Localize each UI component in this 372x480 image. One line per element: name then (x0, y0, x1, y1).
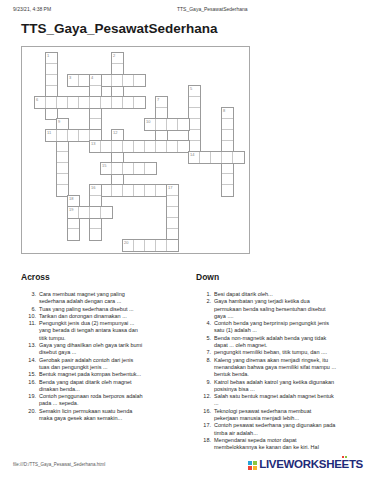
clue-text: Bentuk magnet pada kompas berbentuk... (39, 371, 143, 378)
clue-number: 8. (196, 357, 211, 379)
grid-cell[interactable] (68, 207, 79, 218)
grid-cell[interactable] (68, 218, 79, 229)
crossword-board: 1234567891011121314151617181920 (21, 46, 250, 254)
grid-cell[interactable] (156, 141, 167, 152)
grid-cell[interactable] (178, 119, 189, 130)
grid-cell[interactable] (90, 141, 101, 152)
clue-text: Mengendarai sepeda motor dapat membelokk… (214, 437, 336, 452)
grid-cell[interactable] (167, 207, 178, 218)
clue-number: 12. (196, 393, 211, 408)
clue-text: Contoh benda yang berprinsip pengungkit … (214, 320, 336, 335)
clue-text: pengungkit memiliki beban, titik tumpu, … (214, 349, 336, 356)
footer-file-url: file:///D:/TTS_Gaya_Pesawat_Sederhana.ht… (13, 462, 105, 467)
clue-number: 10. (21, 313, 36, 320)
liveworksheets-grid-icon (248, 461, 257, 470)
grid-cell[interactable] (90, 207, 101, 218)
clue-item: 16.Benda yang dapat ditarik oleh magnet … (21, 379, 191, 394)
clue-item: 20.Semakin licin permukaan suatu benda m… (21, 408, 191, 423)
clue-text: Teknologi pesawat sederhana membuat peke… (214, 408, 336, 423)
grid-cell[interactable] (222, 119, 233, 130)
grid-cell[interactable] (57, 163, 68, 174)
word-1-down (45, 52, 58, 120)
grid-cell[interactable] (167, 218, 178, 229)
grid-cell[interactable] (68, 97, 79, 108)
grid-cell[interactable] (145, 141, 156, 152)
clue-item: 6.Tuas yang paling sederhana disebut ... (21, 306, 191, 313)
grid-cell[interactable] (134, 75, 145, 86)
clue-text: Tarikan dan dorongan dinamakan ... (39, 313, 143, 320)
grid-cell[interactable] (57, 97, 68, 108)
grid-cell[interactable] (167, 240, 178, 251)
grid-cell[interactable] (134, 141, 145, 152)
clue-number: 9. (196, 379, 211, 394)
clue-text: Semakin licin permukaan suatu benda maka… (39, 408, 143, 423)
grid-cell[interactable] (123, 185, 134, 196)
clue-item: 5.Benda non-magnetik adalah benda yang t… (196, 335, 366, 350)
clue-number: 2. (196, 298, 211, 320)
clue-text: Contoh pesawat sederhana yang digunakan … (214, 422, 336, 437)
grid-cell[interactable] (123, 240, 134, 251)
clue-number: 11. (21, 320, 36, 342)
grid-cell[interactable] (156, 119, 167, 130)
print-doc-name: TTS_Gaya_PesawatSederhana (177, 6, 248, 12)
clue-number: 13. (21, 342, 36, 357)
clue-item: 13.Gaya yang dihasilkan oleh gaya tarik … (21, 342, 191, 357)
grid-cell[interactable] (211, 152, 222, 163)
grid-cell[interactable] (90, 97, 101, 108)
clue-text: Salah satu bentuk magnet adalah magnet b… (214, 393, 336, 408)
grid-cell[interactable] (68, 130, 79, 141)
grid-cell[interactable] (167, 185, 178, 196)
grid-cell[interactable] (112, 97, 123, 108)
grid-cell[interactable] (123, 141, 134, 152)
clue-number: 16. (21, 379, 36, 394)
grid-cell[interactable] (123, 75, 134, 86)
grid-cell[interactable] (200, 152, 211, 163)
grid-cell[interactable] (46, 97, 57, 108)
word-13-across (89, 140, 190, 153)
clue-number: 3. (21, 291, 36, 306)
grid-cell[interactable] (101, 75, 112, 86)
grid-cell[interactable] (189, 97, 200, 108)
grid-cell[interactable] (90, 218, 101, 229)
clue-number: 7. (196, 349, 211, 356)
grid-cell[interactable] (101, 163, 112, 174)
logo-icon-square (253, 466, 257, 470)
clue-item: 10.Tarikan dan dorongan dinamakan ... (21, 313, 191, 320)
grid-cell[interactable] (189, 108, 200, 119)
grid-cell[interactable] (123, 97, 134, 108)
word-3-across (67, 74, 146, 87)
clue-number: 20. (21, 408, 36, 423)
grid-cell[interactable] (145, 163, 156, 174)
grid-cell[interactable] (222, 163, 233, 174)
grid-cell[interactable] (112, 75, 123, 86)
grid-cell[interactable] (90, 185, 101, 196)
grid-cell[interactable] (57, 174, 68, 185)
liveworksheets-logo[interactable]: LIVEWORKSHEETS (248, 458, 363, 470)
grid-cell[interactable] (112, 141, 123, 152)
word-14-across (188, 151, 245, 164)
clue-text: Gerobak pasir adalah contoh dari jenis t… (39, 357, 143, 372)
grid-cell[interactable] (167, 196, 178, 207)
grid-cell[interactable] (101, 185, 112, 196)
clue-text: Gaya hambatan yang terjadi ketika dua pe… (214, 298, 336, 320)
down-clue-list: 1.Besi dapat ditarik oleh...2.Gaya hamba… (196, 291, 366, 452)
grid-cell[interactable] (222, 130, 233, 141)
clue-text: Pengungkit jenis dua (2) mempunyai ... y… (39, 320, 143, 342)
grid-cell[interactable] (145, 185, 156, 196)
clue-number: 1. (196, 291, 211, 298)
clue-number: 15. (21, 371, 36, 378)
word-15-across (100, 162, 157, 175)
clue-text: Benda non-magnetik adalah benda yang tid… (214, 335, 336, 350)
clue-item: 14.Gerobak pasir adalah contoh dari jeni… (21, 357, 191, 372)
clue-text: Cara membuat magnet yang paling sederhan… (39, 291, 143, 306)
grid-cell[interactable] (46, 130, 57, 141)
grid-cell[interactable] (222, 174, 233, 185)
grid-cell[interactable] (189, 119, 200, 130)
word-10-across (144, 118, 190, 131)
grid-cell[interactable] (46, 53, 57, 64)
print-timestamp: 9/23/21, 4:38 PM (13, 6, 51, 12)
clue-item: 1.Besi dapat ditarik oleh... (196, 291, 366, 298)
grid-cell[interactable] (222, 108, 233, 119)
clue-item: 4.Contoh benda yang berprinsip pengungki… (196, 320, 366, 335)
grid-cell[interactable] (101, 207, 112, 218)
grid-cell[interactable] (156, 97, 167, 108)
grid-cell[interactable] (233, 152, 244, 163)
word-20-across (122, 239, 179, 252)
grid-cell[interactable] (145, 240, 156, 251)
grid-cell[interactable] (79, 207, 90, 218)
grid-cell[interactable] (68, 229, 79, 240)
clue-number: 6. (21, 306, 36, 313)
clue-item: 12.Salah satu bentuk magnet adalah magne… (196, 393, 366, 408)
clue-number: 16. (196, 408, 211, 423)
clue-item: 15.Bentuk magnet pada kompas berbentuk..… (21, 371, 191, 378)
across-heading: Across (21, 272, 191, 282)
grid-cell[interactable] (79, 97, 90, 108)
clue-text: Gaya yang dihasilkan oleh gaya tarik bum… (39, 342, 143, 357)
grid-cell[interactable] (112, 53, 123, 64)
clue-number: 5. (196, 335, 211, 350)
grid-cell[interactable] (90, 108, 101, 119)
word-12-down (111, 129, 124, 186)
grid-cell[interactable] (156, 240, 167, 251)
word-6-across (34, 96, 146, 109)
grid-cell[interactable] (101, 97, 112, 108)
logo-icon-square (248, 466, 252, 470)
liveworksheets-logo-text: LIVEWORKSHEETS (259, 458, 363, 470)
clue-item: 8.Kaleng yang diremas akan menjadi rings… (196, 357, 366, 379)
clue-text: Katrol bebas adalah katrol yang ketika d… (214, 379, 336, 394)
grid-cell[interactable] (134, 163, 145, 174)
grid-cell[interactable] (222, 152, 233, 163)
grid-cell[interactable] (167, 141, 178, 152)
grid-cell[interactable] (189, 130, 200, 141)
clue-item: 11.Pengungkit jenis dua (2) mempunyai ..… (21, 320, 191, 342)
grid-cell[interactable] (112, 185, 123, 196)
grid-cell[interactable] (222, 185, 233, 196)
clue-item: 9.Katrol bebas adalah katrol yang ketika… (196, 379, 366, 394)
page-title: TTS_Gaya_PesawatSederhana (21, 21, 218, 36)
grid-cell[interactable] (134, 240, 145, 251)
word-19-across (67, 206, 113, 219)
logo-icon-square (253, 461, 257, 465)
grid-cell[interactable] (189, 86, 200, 97)
clue-item: 19.Contoh penggunaan roda berporos adala… (21, 393, 191, 408)
clue-text: Tuas yang paling sederhana disebut ... (39, 306, 143, 313)
grid-cell[interactable] (57, 130, 68, 141)
grid-cell[interactable] (90, 75, 101, 86)
grid-cell[interactable] (57, 152, 68, 163)
clue-text: Contoh penggunaan roda berporos adalah p… (39, 393, 143, 408)
down-heading: Down (196, 272, 366, 282)
grid-cell[interactable] (57, 141, 68, 152)
logo-icon-square (248, 461, 252, 465)
clue-item: 7.pengungkit memiliki beban, titik tumpu… (196, 349, 366, 356)
clue-number: 17. (196, 422, 211, 437)
clue-number: 19. (21, 393, 36, 408)
grid-cell[interactable] (134, 185, 145, 196)
clue-number: 4. (196, 320, 211, 335)
clue-item: 16.Teknologi pesawat sederhana membuat p… (196, 408, 366, 423)
clue-item: 18.Mengendarai sepeda motor dapat membel… (196, 437, 366, 452)
grid-cell[interactable] (35, 97, 46, 108)
clue-item: 17.Contoh pesawat sederhana yang digunak… (196, 422, 366, 437)
down-clues-section: Down 1.Besi dapat ditarik oleh...2.Gaya … (196, 272, 366, 452)
across-clue-list: 3.Cara membuat magnet yang paling sederh… (21, 291, 191, 422)
grid-cell[interactable] (167, 119, 178, 130)
clue-text: Kaleng yang diremas akan menjadi ringsek… (214, 357, 336, 379)
clue-text: Besi dapat ditarik oleh... (214, 291, 336, 298)
clue-text: Benda yang dapat ditarik oleh magnet din… (39, 379, 143, 394)
grid-cell[interactable] (46, 75, 57, 86)
grid-cell[interactable] (123, 163, 134, 174)
clue-number: 14. (21, 357, 36, 372)
grid-cell[interactable] (68, 75, 79, 86)
grid-cell[interactable] (145, 119, 156, 130)
clue-item: 3.Cara membuat magnet yang paling sederh… (21, 291, 191, 306)
clue-number: 18. (196, 437, 211, 452)
crossword-grid: 1234567891011121314151617181920 (34, 52, 243, 250)
grid-cell[interactable] (46, 64, 57, 75)
clue-item: 2.Gaya hambatan yang terjadi ketika dua … (196, 298, 366, 320)
grid-cell[interactable] (134, 97, 145, 108)
grid-cell[interactable] (112, 163, 123, 174)
grid-cell[interactable] (90, 229, 101, 240)
grid-cell[interactable] (189, 152, 200, 163)
grid-cell[interactable] (101, 141, 112, 152)
across-clues-section: Across 3.Cara membuat magnet yang paling… (21, 272, 191, 422)
